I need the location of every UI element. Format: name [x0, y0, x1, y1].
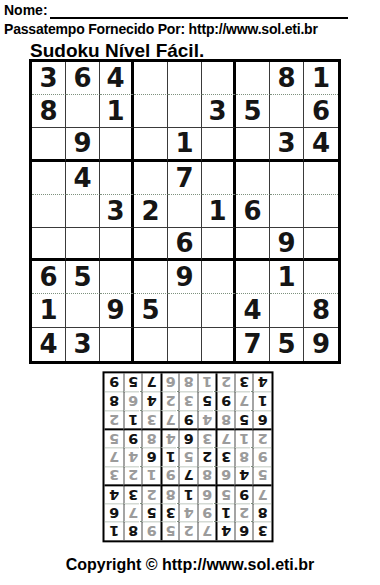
cell-r2c5: 4 — [179, 503, 198, 522]
cell-r9c8: 5 — [124, 373, 143, 392]
cell-r8c9: 8 — [304, 294, 338, 327]
cell-r9c3: 2 — [216, 373, 235, 392]
cell-r1c5: 2 — [179, 522, 198, 541]
cell-r9c9: 9 — [304, 328, 338, 361]
worksheet-page: Nome: Passatempo Fornecido Por: http://w… — [0, 0, 380, 585]
cell-r6c4 — [134, 228, 168, 261]
cell-r2c9: 6 — [304, 95, 338, 128]
cell-r4c6: 9 — [161, 466, 180, 485]
cell-r7c3 — [100, 261, 134, 294]
cell-r8c4: 5 — [198, 392, 217, 411]
cell-r2c4 — [134, 95, 168, 128]
cell-r9c4 — [134, 328, 168, 361]
cell-r2c2 — [66, 95, 100, 128]
cell-r6c7 — [236, 228, 270, 261]
cell-r9c5: 8 — [179, 373, 198, 392]
cell-r5c3: 3 — [216, 447, 235, 466]
cell-r9c6 — [202, 328, 236, 361]
cell-r3c1 — [32, 128, 66, 161]
cell-r9c8: 5 — [270, 328, 304, 361]
cell-r3c6 — [202, 128, 236, 161]
cell-r5c2 — [66, 195, 100, 228]
cell-r9c7: 7 — [142, 373, 161, 392]
cell-r5c9: 7 — [105, 447, 124, 466]
cell-r8c2: 7 — [235, 392, 254, 411]
copyright-text: Copyright © http://www.sol.eti.br — [0, 556, 380, 574]
cell-r1c3: 4 — [216, 522, 235, 541]
cell-r9c9: 9 — [105, 373, 124, 392]
cell-r3c8: 3 — [124, 485, 143, 504]
cell-r2c8: 7 — [124, 503, 143, 522]
cell-r6c2 — [66, 228, 100, 261]
cell-r5c7: 6 — [236, 195, 270, 228]
cell-r7c1: 6 — [253, 410, 272, 429]
cell-r5c6: 1 — [202, 195, 236, 228]
cell-r6c4: 3 — [198, 429, 217, 448]
cell-r8c6: 2 — [161, 392, 180, 411]
cell-r6c9: 5 — [105, 429, 124, 448]
sudoku-solution-board-rotated: 3647259818219435767956182345468791239832… — [103, 371, 274, 542]
cell-r5c4: 2 — [134, 195, 168, 228]
cell-r5c7: 6 — [142, 447, 161, 466]
cell-r1c4 — [134, 62, 168, 95]
cell-r4c7 — [236, 162, 270, 195]
name-blank-line — [50, 2, 348, 19]
cell-r4c4: 8 — [198, 466, 217, 485]
cell-r7c5: 9 — [168, 261, 202, 294]
cell-r9c1: 4 — [32, 328, 66, 361]
cell-r7c8: 1 — [270, 261, 304, 294]
cell-r6c6: 4 — [161, 429, 180, 448]
cell-r9c6: 6 — [161, 373, 180, 392]
cell-r3c8: 3 — [270, 128, 304, 161]
name-label: Nome: — [4, 2, 48, 19]
cell-r4c6 — [202, 162, 236, 195]
cell-r4c3 — [100, 162, 134, 195]
cell-r7c2: 5 — [235, 410, 254, 429]
cell-r9c4: 1 — [198, 373, 217, 392]
cell-r8c7: 4 — [236, 294, 270, 327]
cell-r4c2: 4 — [235, 466, 254, 485]
cell-r4c1 — [32, 162, 66, 195]
cell-r6c6 — [202, 228, 236, 261]
cell-r4c5: 7 — [168, 162, 202, 195]
cell-r1c1: 3 — [253, 522, 272, 541]
cell-r6c3: 7 — [216, 429, 235, 448]
cell-r8c1: 1 — [32, 294, 66, 327]
cell-r1c5 — [168, 62, 202, 95]
cell-r8c5: 3 — [179, 392, 198, 411]
cell-r7c5: 9 — [179, 410, 198, 429]
cell-r4c5: 7 — [179, 466, 198, 485]
cell-r8c8: 6 — [124, 392, 143, 411]
name-field-row: Nome: — [4, 2, 348, 19]
cell-r4c7: 1 — [142, 466, 161, 485]
cell-r4c4 — [134, 162, 168, 195]
cell-r7c1: 6 — [32, 261, 66, 294]
cell-r3c9: 4 — [105, 485, 124, 504]
cell-r4c8: 2 — [124, 466, 143, 485]
cell-r2c8 — [270, 95, 304, 128]
cell-r4c9: 3 — [105, 466, 124, 485]
cell-r5c9 — [304, 195, 338, 228]
cell-r5c6: 1 — [161, 447, 180, 466]
cell-r6c8: 9 — [270, 228, 304, 261]
cell-r8c9: 8 — [105, 392, 124, 411]
cell-r8c3: 9 — [216, 392, 235, 411]
cell-r9c2: 3 — [235, 373, 254, 392]
cell-r3c5: 1 — [168, 128, 202, 161]
cell-r6c1: 2 — [253, 429, 272, 448]
cell-r7c6: 7 — [161, 410, 180, 429]
cell-r8c5 — [168, 294, 202, 327]
cell-r7c6 — [202, 261, 236, 294]
cell-r2c6: 3 — [202, 95, 236, 128]
cell-r4c9 — [304, 162, 338, 195]
cell-r2c2: 2 — [235, 503, 254, 522]
cell-r5c1 — [32, 195, 66, 228]
cell-r1c2: 6 — [66, 62, 100, 95]
cell-r3c4 — [134, 128, 168, 161]
cell-r3c7: 2 — [142, 485, 161, 504]
cell-r7c4: 4 — [198, 410, 217, 429]
cell-r1c1: 3 — [32, 62, 66, 95]
cell-r1c3: 4 — [100, 62, 134, 95]
cell-r5c8: 4 — [124, 447, 143, 466]
cell-r9c2: 3 — [66, 328, 100, 361]
cell-r3c2: 9 — [66, 128, 100, 161]
cell-r3c7 — [236, 128, 270, 161]
cell-r7c9: 2 — [105, 410, 124, 429]
cell-r7c7: 3 — [142, 410, 161, 429]
cell-r1c2: 6 — [235, 522, 254, 541]
cell-r6c7: 8 — [142, 429, 161, 448]
cell-r7c8: 1 — [124, 410, 143, 429]
provider-line: Passatempo Fornecido Por: http://www.sol… — [4, 21, 318, 37]
cell-r6c2: 1 — [235, 429, 254, 448]
cell-r8c4: 5 — [134, 294, 168, 327]
cell-r8c1: 1 — [253, 392, 272, 411]
cell-r2c1: 8 — [32, 95, 66, 128]
cell-r2c7: 5 — [236, 95, 270, 128]
cell-r4c8 — [270, 162, 304, 195]
cell-r2c1: 8 — [253, 503, 272, 522]
cell-r6c8: 9 — [124, 429, 143, 448]
cell-r5c5: 5 — [179, 447, 198, 466]
cell-r3c6: 8 — [161, 485, 180, 504]
sudoku-puzzle-board: 364818135691344732166965911954843759 — [29, 59, 341, 364]
cell-r3c2: 9 — [235, 485, 254, 504]
cell-r3c1: 7 — [253, 485, 272, 504]
cell-r2c5 — [168, 95, 202, 128]
cell-r6c5: 6 — [168, 228, 202, 261]
cell-r8c6 — [202, 294, 236, 327]
cell-r1c6 — [202, 62, 236, 95]
cell-r1c9: 1 — [105, 522, 124, 541]
cell-r1c8: 8 — [124, 522, 143, 541]
cell-r1c8: 8 — [270, 62, 304, 95]
cell-r1c9: 1 — [304, 62, 338, 95]
cell-r3c3 — [100, 128, 134, 161]
cell-r4c3: 6 — [216, 466, 235, 485]
cell-r8c8 — [270, 294, 304, 327]
cell-r4c2: 4 — [66, 162, 100, 195]
cell-r7c2: 5 — [66, 261, 100, 294]
cell-r6c9 — [304, 228, 338, 261]
cell-r7c4 — [134, 261, 168, 294]
cell-r5c5 — [168, 195, 202, 228]
cell-r7c9 — [304, 261, 338, 294]
cell-r6c5: 6 — [179, 429, 198, 448]
cell-r3c9: 4 — [304, 128, 338, 161]
cell-r5c3: 3 — [100, 195, 134, 228]
cell-r5c2: 8 — [235, 447, 254, 466]
cell-r5c8 — [270, 195, 304, 228]
cell-r2c4: 9 — [198, 503, 217, 522]
cell-r8c2 — [66, 294, 100, 327]
cell-r1c4: 7 — [198, 522, 217, 541]
cell-r1c7 — [236, 62, 270, 95]
cell-r2c7: 5 — [142, 503, 161, 522]
cell-r1c7: 9 — [142, 522, 161, 541]
cell-r9c1: 4 — [253, 373, 272, 392]
cell-r9c7: 7 — [236, 328, 270, 361]
cell-r3c3: 5 — [216, 485, 235, 504]
cell-r2c3: 1 — [216, 503, 235, 522]
cell-r7c7 — [236, 261, 270, 294]
cell-r2c3: 1 — [100, 95, 134, 128]
cell-r1c6: 5 — [161, 522, 180, 541]
cell-r4c1: 5 — [253, 466, 272, 485]
cell-r3c4: 6 — [198, 485, 217, 504]
cell-r9c3 — [100, 328, 134, 361]
cell-r5c1: 9 — [253, 447, 272, 466]
cell-r6c1 — [32, 228, 66, 261]
cell-r9c5 — [168, 328, 202, 361]
cell-r2c9: 6 — [105, 503, 124, 522]
cell-r6c3 — [100, 228, 134, 261]
cell-r2c6: 3 — [161, 503, 180, 522]
cell-r8c3: 9 — [100, 294, 134, 327]
cell-r8c7: 4 — [142, 392, 161, 411]
cell-r7c3: 8 — [216, 410, 235, 429]
cell-r5c4: 2 — [198, 447, 217, 466]
cell-r3c5: 1 — [179, 485, 198, 504]
